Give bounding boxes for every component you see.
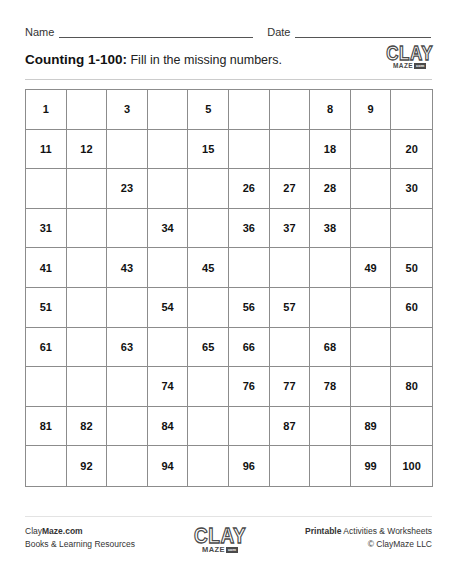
grid-cell-r8c2[interactable] (67, 367, 108, 407)
grid-cell-r4c4: 34 (148, 209, 189, 249)
grid-cell-r3c10: 30 (391, 169, 432, 209)
grid-cell-r3c5[interactable] (188, 169, 229, 209)
title-divider (25, 79, 432, 80)
footer-site-prefix: Clay (25, 526, 42, 536)
grid-cell-r8c9[interactable] (351, 367, 392, 407)
grid-cell-r10c3[interactable] (107, 446, 148, 486)
grid-cell-r4c9[interactable] (351, 209, 392, 249)
grid-cell-r1c6[interactable] (229, 90, 270, 130)
grid-cell-r4c2[interactable] (67, 209, 108, 249)
grid-cell-r1c4[interactable] (148, 90, 189, 130)
grid-cell-r7c8: 68 (310, 328, 351, 368)
footer-divider (25, 516, 432, 517)
date-label: Date (267, 26, 290, 38)
logo-clay-text-footer: CLAY (194, 525, 246, 547)
grid-cell-r9c4: 84 (148, 407, 189, 447)
grid-cell-r7c2[interactable] (67, 328, 108, 368)
grid-cell-r3c1[interactable] (26, 169, 67, 209)
name-date-row: Name Date (25, 24, 431, 38)
grid-cell-r2c4[interactable] (148, 130, 189, 170)
grid-cell-r9c9: 89 (351, 407, 392, 447)
grid-cell-r9c5[interactable] (188, 407, 229, 447)
grid-cell-r10c8[interactable] (310, 446, 351, 486)
name-label: Name (25, 26, 54, 38)
footer: ClayMaze.com Books & Learning Resources … (25, 525, 432, 554)
grid-cell-r8c8: 78 (310, 367, 351, 407)
grid-cell-r5c8[interactable] (310, 248, 351, 288)
grid-cell-r2c5: 15 (188, 130, 229, 170)
grid-cell-r6c8[interactable] (310, 288, 351, 328)
grid-cell-r4c6: 36 (229, 209, 270, 249)
claymaze-logo: CLAY MAZE com (386, 45, 433, 70)
grid-cell-r10c2: 92 (67, 446, 108, 486)
worksheet-title: Counting 1-100: Fill in the missing numb… (25, 50, 385, 68)
grid-cell-r1c3: 3 (107, 90, 148, 130)
grid-cell-r1c1: 1 (26, 90, 67, 130)
grid-cell-r8c3[interactable] (107, 367, 148, 407)
grid-cell-r6c1: 51 (26, 288, 67, 328)
footer-site-bold: Maze.com (42, 526, 83, 536)
grid-cell-r10c4: 94 (148, 446, 189, 486)
grid-cell-r2c1: 11 (26, 130, 67, 170)
grid-cell-r7c10[interactable] (391, 328, 432, 368)
grid-cell-r3c7: 27 (270, 169, 311, 209)
grid-cell-r1c10[interactable] (391, 90, 432, 130)
claymaze-logo-footer: CLAY MAZE com (194, 526, 246, 554)
grid-cell-r8c10: 80 (391, 367, 432, 407)
name-field[interactable] (59, 24, 253, 38)
grid-cell-r6c3[interactable] (107, 288, 148, 328)
grid-cell-r8c1[interactable] (26, 367, 67, 407)
grid-cell-r7c9[interactable] (351, 328, 392, 368)
grid-cell-r9c2: 82 (67, 407, 108, 447)
grid-cell-r10c9: 99 (351, 446, 392, 486)
footer-left: ClayMaze.com Books & Learning Resources (25, 525, 135, 551)
grid-cell-r10c5[interactable] (188, 446, 229, 486)
grid-cell-r4c3[interactable] (107, 209, 148, 249)
grid-cell-r4c10[interactable] (391, 209, 432, 249)
grid-cell-r2c3[interactable] (107, 130, 148, 170)
grid-cell-r6c7: 57 (270, 288, 311, 328)
grid-cell-r10c1[interactable] (26, 446, 67, 486)
grid-cell-r5c2[interactable] (67, 248, 108, 288)
grid-cell-r5c7[interactable] (270, 248, 311, 288)
footer-copyright: © ClayMaze LLC (305, 538, 432, 551)
logo-com-badge-footer: com (226, 547, 238, 553)
grid-cell-r2c7[interactable] (270, 130, 311, 170)
grid-cell-r3c3: 23 (107, 169, 148, 209)
grid-cell-r2c2: 12 (67, 130, 108, 170)
grid-cell-r5c3: 43 (107, 248, 148, 288)
footer-right: Printable Activities & Worksheets © Clay… (305, 525, 432, 551)
grid-cell-r9c7: 87 (270, 407, 311, 447)
grid-cell-r9c3[interactable] (107, 407, 148, 447)
grid-cell-r7c3: 63 (107, 328, 148, 368)
grid-cell-r9c6[interactable] (229, 407, 270, 447)
grid-cell-r5c1: 41 (26, 248, 67, 288)
grid-cell-r8c5[interactable] (188, 367, 229, 407)
grid-cell-r7c5: 65 (188, 328, 229, 368)
grid-cell-r6c4: 54 (148, 288, 189, 328)
grid-cell-r2c6[interactable] (229, 130, 270, 170)
logo-clay-text: CLAY (386, 44, 433, 64)
grid-cell-r9c1: 81 (26, 407, 67, 447)
grid-cell-r4c8: 38 (310, 209, 351, 249)
grid-cell-r2c10: 20 (391, 130, 432, 170)
grid-cell-r3c8: 28 (310, 169, 351, 209)
grid-cell-r8c4: 74 (148, 367, 189, 407)
worksheet-page: Name Date Counting 1-100: Fill in the mi… (0, 0, 450, 582)
grid-cell-r1c7[interactable] (270, 90, 311, 130)
grid-cell-r4c1: 31 (26, 209, 67, 249)
grid-cell-r6c10: 60 (391, 288, 432, 328)
grid-cell-r3c4[interactable] (148, 169, 189, 209)
footer-tagline: Books & Learning Resources (25, 538, 135, 551)
grid-cell-r5c6[interactable] (229, 248, 270, 288)
grid-cell-r1c2[interactable] (67, 90, 108, 130)
grid-cell-r1c8: 8 (310, 90, 351, 130)
date-field[interactable] (295, 24, 431, 38)
grid-cell-r5c4[interactable] (148, 248, 189, 288)
grid-cell-r5c5: 45 (188, 248, 229, 288)
grid-cell-r6c6: 56 (229, 288, 270, 328)
grid-cell-r5c9: 49 (351, 248, 392, 288)
title-bold: Counting 1-100: (25, 52, 127, 67)
grid-cell-r7c7[interactable] (270, 328, 311, 368)
grid-cell-r2c9[interactable] (351, 130, 392, 170)
grid-cell-r6c5[interactable] (188, 288, 229, 328)
footer-printable-bold: Printable (305, 526, 341, 536)
grid-cell-r3c6: 26 (229, 169, 270, 209)
grid-cell-r4c5[interactable] (188, 209, 229, 249)
grid-cell-r6c2[interactable] (67, 288, 108, 328)
grid-cell-r10c7[interactable] (270, 446, 311, 486)
grid-cell-r1c5: 5 (188, 90, 229, 130)
grid-cell-r6c9[interactable] (351, 288, 392, 328)
grid-cell-r9c10[interactable] (391, 407, 432, 447)
footer-site: ClayMaze.com (25, 525, 135, 538)
grid-cell-r8c6: 76 (229, 367, 270, 407)
grid-cell-r3c9[interactable] (351, 169, 392, 209)
grid-cell-r5c10: 50 (391, 248, 432, 288)
grid-cell-r4c7: 37 (270, 209, 311, 249)
grid-cell-r10c6: 96 (229, 446, 270, 486)
grid-cell-r2c8: 18 (310, 130, 351, 170)
footer-printable-rest: Activities & Worksheets (341, 526, 432, 536)
grid-cell-r10c10: 100 (391, 446, 432, 486)
number-grid: 1358911121518202326272830313436373841434… (25, 89, 433, 487)
grid-cell-r7c1: 61 (26, 328, 67, 368)
grid-cell-r8c7: 77 (270, 367, 311, 407)
title-subtitle: Fill in the missing numbers. (127, 53, 282, 67)
grid-cell-r3c2[interactable] (67, 169, 108, 209)
grid-cell-r7c6: 66 (229, 328, 270, 368)
footer-printable-line: Printable Activities & Worksheets (305, 525, 432, 538)
grid-cell-r7c4[interactable] (148, 328, 189, 368)
grid-cell-r1c9: 9 (351, 90, 392, 130)
grid-cell-r9c8[interactable] (310, 407, 351, 447)
